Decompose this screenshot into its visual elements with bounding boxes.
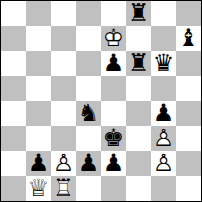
black-pawn-piece: ♟ [101,151,126,176]
square-c1[interactable]: ♜♖ [51,176,76,201]
square-b6[interactable] [26,51,51,76]
square-b3[interactable] [26,126,51,151]
square-f3[interactable] [126,126,151,151]
black-rook-piece: ♜ [126,1,151,26]
black-pawn-piece: ♟ [101,51,126,76]
square-c7[interactable] [51,26,76,51]
black-pawn-piece: ♟ [76,151,101,176]
square-e2[interactable]: ♟ [101,151,126,176]
chess-board-frame: ♜♚♔♝♟♜♛♞♟♚♟♙♟♟♙♟♟♟♙♛♕♜♖ [0,0,202,202]
square-f5[interactable] [126,76,151,101]
square-f1[interactable] [126,176,151,201]
square-h6[interactable] [176,51,201,76]
square-d3[interactable] [76,126,101,151]
square-b8[interactable] [26,1,51,26]
square-e7[interactable]: ♚♔ [101,26,126,51]
square-f6[interactable]: ♜ [126,51,151,76]
square-b2[interactable]: ♟ [26,151,51,176]
white-rook-piece: ♖ [51,176,76,201]
square-e4[interactable] [101,101,126,126]
square-c4[interactable] [51,101,76,126]
square-g8[interactable] [151,1,176,26]
square-a5[interactable] [1,76,26,101]
chess-board: ♜♚♔♝♟♜♛♞♟♚♟♙♟♟♙♟♟♟♙♛♕♜♖ [1,1,201,201]
white-pawn-piece: ♙ [151,126,176,151]
square-b4[interactable] [26,101,51,126]
square-e6[interactable]: ♟ [101,51,126,76]
square-b1[interactable]: ♛♕ [26,176,51,201]
square-a4[interactable] [1,101,26,126]
square-h3[interactable] [176,126,201,151]
black-king-piece: ♚ [101,126,126,151]
square-c5[interactable] [51,76,76,101]
square-e3[interactable]: ♚ [101,126,126,151]
black-pawn-piece: ♟ [151,101,176,126]
square-g3[interactable]: ♟♙ [151,126,176,151]
square-d6[interactable] [76,51,101,76]
square-h5[interactable] [176,76,201,101]
square-c2[interactable]: ♟♙ [51,151,76,176]
square-d8[interactable] [76,1,101,26]
white-queen-piece: ♕ [26,176,51,201]
square-g2[interactable]: ♟♙ [151,151,176,176]
square-g1[interactable] [151,176,176,201]
square-f4[interactable] [126,101,151,126]
square-a8[interactable] [1,1,26,26]
square-d4[interactable]: ♞ [76,101,101,126]
square-a6[interactable] [1,51,26,76]
square-f8[interactable]: ♜ [126,1,151,26]
black-pawn-piece: ♟ [26,151,51,176]
square-e5[interactable] [101,76,126,101]
white-king-piece: ♔ [101,26,126,51]
square-e8[interactable] [101,1,126,26]
square-a7[interactable] [1,26,26,51]
square-f2[interactable] [126,151,151,176]
square-c3[interactable] [51,126,76,151]
square-e1[interactable] [101,176,126,201]
square-h8[interactable] [176,1,201,26]
black-queen-piece: ♛ [151,51,176,76]
square-h7[interactable]: ♝ [176,26,201,51]
square-c8[interactable] [51,1,76,26]
square-g6[interactable]: ♛ [151,51,176,76]
square-a1[interactable] [1,176,26,201]
square-g4[interactable]: ♟ [151,101,176,126]
square-d5[interactable] [76,76,101,101]
square-a3[interactable] [1,126,26,151]
square-d1[interactable] [76,176,101,201]
square-b5[interactable] [26,76,51,101]
square-h1[interactable] [176,176,201,201]
square-a2[interactable] [1,151,26,176]
square-c6[interactable] [51,51,76,76]
square-g5[interactable] [151,76,176,101]
black-knight-piece: ♞ [76,101,101,126]
white-pawn-piece: ♙ [51,151,76,176]
black-bishop-piece: ♝ [176,26,201,51]
square-h4[interactable] [176,101,201,126]
square-b7[interactable] [26,26,51,51]
white-pawn-piece: ♙ [151,151,176,176]
black-rook-piece: ♜ [126,51,151,76]
square-d2[interactable]: ♟ [76,151,101,176]
square-g7[interactable] [151,26,176,51]
square-d7[interactable] [76,26,101,51]
square-h2[interactable] [176,151,201,176]
square-f7[interactable] [126,26,151,51]
